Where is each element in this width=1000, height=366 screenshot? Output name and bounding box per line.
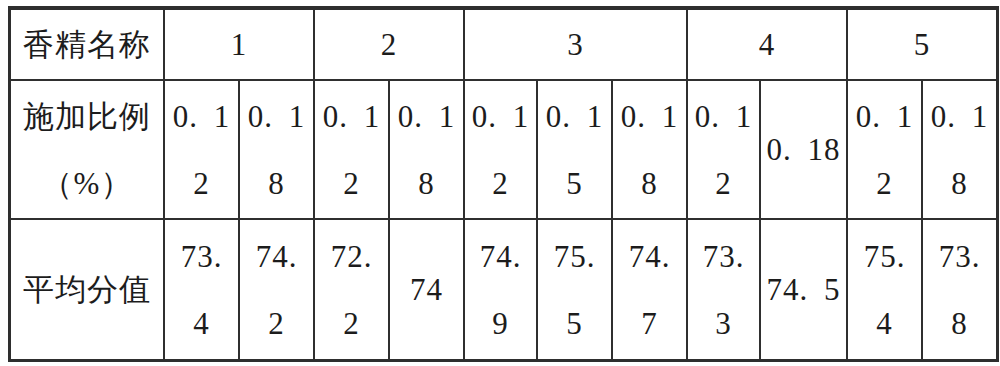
ratio-cell-1: 0. 1 8	[240, 81, 315, 220]
score-cell-1: 74. 2	[240, 220, 315, 359]
ratio-cell-4: 0. 1 2	[465, 81, 538, 220]
score-cell-6: 74. 7	[613, 220, 688, 359]
score-cell-3: 74	[390, 220, 465, 359]
group-header-4: 4	[688, 10, 848, 81]
ratio-cell-3: 0. 1 8	[390, 81, 465, 220]
row-label-average-score: 平均分值	[11, 220, 165, 359]
ratio-cell-9: 0. 1 2	[848, 81, 923, 220]
score-cell-9: 75. 4	[848, 220, 923, 359]
score-cell-2: 72. 2	[315, 220, 390, 359]
score-cell-8: 74. 5	[761, 220, 848, 359]
group-header-1: 1	[165, 10, 315, 81]
score-cell-4: 74. 9	[465, 220, 538, 359]
group-header-3: 3	[465, 10, 688, 81]
score-cell-0: 73. 4	[165, 220, 240, 359]
ratio-cell-2: 0. 1 2	[315, 81, 390, 220]
ratio-cell-5: 0. 1 5	[538, 81, 613, 220]
group-header-5: 5	[848, 10, 996, 81]
score-cell-5: 75. 5	[538, 220, 613, 359]
score-cell-7: 73. 3	[688, 220, 761, 359]
score-cell-10: 73. 8	[923, 220, 996, 359]
ratio-cell-8: 0. 18	[761, 81, 848, 220]
ratio-cell-7: 0. 1 2	[688, 81, 761, 220]
ratio-cell-10: 0. 1 8	[923, 81, 996, 220]
page: 香精名称 1 2 3 4 5 施加比例 （%） 0. 1 2 0. 1 8 0.…	[0, 0, 1000, 366]
group-header-2: 2	[315, 10, 465, 81]
ratio-cell-0: 0. 1 2	[165, 81, 240, 220]
row-label-fragrance-name: 香精名称	[11, 10, 165, 81]
row-label-application-ratio: 施加比例 （%）	[11, 81, 165, 220]
fragrance-score-table: 香精名称 1 2 3 4 5 施加比例 （%） 0. 1 2 0. 1 8 0.…	[8, 6, 999, 362]
ratio-cell-6: 0. 1 8	[613, 81, 688, 220]
